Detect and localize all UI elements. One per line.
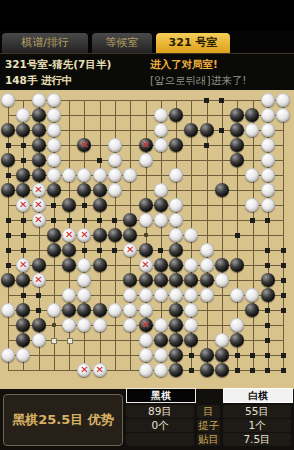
black-stone [62,243,76,257]
black-stone [215,183,229,197]
white-territory-value: 55目 [223,405,291,418]
black-stone [62,198,76,212]
black-stone [93,183,107,197]
tab-room-321[interactable]: 321 号室 [156,33,230,53]
black-stone [230,123,244,137]
white-stone [47,123,61,137]
black-stone [169,333,183,347]
label-komi: 贴目 [197,433,220,446]
black-stone [169,303,183,317]
white-stone [261,168,275,182]
status-bar [0,0,294,31]
black-territory-marker [204,98,209,103]
black-territory-marker [265,323,270,328]
grid-line [253,100,254,371]
score-summary: 黑棋25.5目 优势 [3,394,123,446]
white-stone [169,168,183,182]
black-stone [230,258,244,272]
black-territory-marker [235,368,240,373]
black-stone [261,288,275,302]
black-stone [16,273,30,287]
black-territory-marker [281,293,286,298]
black-territory-marker [36,293,41,298]
white-stone [123,168,137,182]
white-stone [123,318,137,332]
white-stone [77,318,91,332]
dead-mark-icon: ✕ [16,258,30,272]
white-stone [47,108,61,122]
black-territory-marker [265,338,270,343]
white-stone [245,198,259,212]
white-stone [139,153,153,167]
dead-mark-icon: ✕ [62,228,76,242]
white-stone [139,333,153,347]
black-stone [1,273,15,287]
black-stone [32,123,46,137]
white-stone [139,363,153,377]
black-stone [93,198,107,212]
chat-line-2: [앞으로뒤래]进来了! [150,72,292,88]
white-stone [108,303,122,317]
black-stone [16,333,30,347]
white-player-header: 白棋 [223,388,293,403]
dead-mark-icon: ✕ [16,198,30,212]
white-stone [169,213,183,227]
black-territory-marker [6,263,11,268]
white-stone [139,348,153,362]
black-stone [200,348,214,362]
black-stone [16,303,30,317]
room-info: 321号室-猜先(7目半) 148手 进行中 [5,56,145,88]
black-territory-marker [82,248,87,253]
black-stone [77,183,91,197]
black-territory-marker [21,233,26,238]
black-stone [169,243,183,257]
tab-kifu-ranking[interactable]: 棋谱/排行 [2,33,88,53]
black-stone [32,153,46,167]
white-stone [245,123,259,137]
black-stone [169,363,183,377]
dead-mark-icon: ✕ [32,213,46,227]
dead-mark-icon: ✕ [123,243,137,257]
black-stone [184,273,198,287]
white-stone [108,183,122,197]
white-stone [139,288,153,302]
white-stone [93,318,107,332]
black-stone [32,168,46,182]
chat-line-1: 进入了对局室! [150,56,292,72]
black-territory-marker [281,263,286,268]
black-stone [169,108,183,122]
white-stone [200,258,214,272]
white-stone [108,138,122,152]
score-summary-text: 黑棋25.5目 优势 [12,411,114,429]
white-stone [154,288,168,302]
dead-mark-icon: ✕ [77,138,91,152]
black-stone [169,258,183,272]
dead-mark-icon: ✕ [77,228,91,242]
white-stone [32,333,46,347]
grid-line [222,100,223,371]
white-stone [154,318,168,332]
black-stone [32,108,46,122]
white-stone [261,108,275,122]
black-stone [169,138,183,152]
black-territory-marker [6,233,11,238]
black-territory-marker [235,233,240,238]
black-territory-marker [21,293,26,298]
black-stone [32,258,46,272]
go-board[interactable]: ✕✕✕✕✕✕✕✕✕✕✕✕✕✕✕ [0,90,294,389]
black-stone [93,303,107,317]
black-territory-marker [112,218,117,223]
black-stone [169,273,183,287]
dead-mark-icon: ✕ [139,138,153,152]
black-territory-marker [250,353,255,358]
black-territory-marker [97,248,102,253]
black-territory-marker [281,353,286,358]
black-stone [93,228,107,242]
white-stone [62,318,76,332]
black-territory-marker [250,368,255,373]
white-stone [261,93,275,107]
black-territory-marker [265,368,270,373]
black-stone [154,258,168,272]
black-stone [47,183,61,197]
black-stone [169,348,183,362]
white-stone [154,183,168,197]
white-stone [47,168,61,182]
black-stone [184,123,198,137]
white-stone [184,288,198,302]
white-stone [139,213,153,227]
tab-bar: 棋谱/排行 等候室 321 号室 [0,31,294,54]
black-territory-marker [189,368,194,373]
white-stone [230,288,244,302]
white-stone [154,213,168,227]
white-stone [16,348,30,362]
label-territory: 目 [197,405,220,418]
white-stone [184,303,198,317]
white-stone [261,153,275,167]
dead-mark-icon: ✕ [139,258,153,272]
black-stone [108,228,122,242]
white-stone [16,108,30,122]
black-territory-marker [158,248,163,253]
white-stone [154,138,168,152]
black-territory-marker [6,143,11,148]
black-stone [215,258,229,272]
score-panel: 黑棋25.5目 优势 黑棋 白棋 89目 0个 目 提子 贴目 55目 1个 7… [0,389,294,450]
white-stone [169,228,183,242]
white-stone [47,138,61,152]
white-stone [32,93,46,107]
black-territory-marker [6,248,11,253]
star-point [144,233,148,237]
black-stone [32,318,46,332]
black-stone [154,198,168,212]
black-territory-marker [6,173,11,178]
black-territory-marker [265,353,270,358]
black-stone [139,273,153,287]
white-stone [169,198,183,212]
white-captures-value: 1个 [223,419,291,432]
black-stone [261,273,275,287]
white-stone [1,348,15,362]
black-territory-marker [235,353,240,358]
white-stone [276,93,290,107]
black-territory-marker [6,218,11,223]
black-territory-marker [189,353,194,358]
black-stone [245,108,259,122]
white-stone [139,303,153,317]
black-territory-marker [112,248,117,253]
white-territory-marker [51,338,57,344]
white-stone [108,168,122,182]
white-stone [47,303,61,317]
black-territory-marker [281,368,286,373]
white-stone [261,198,275,212]
black-territory-value: 89目 [126,405,194,418]
black-stone [93,258,107,272]
black-stone [245,303,259,317]
white-territory-marker [67,338,73,344]
black-territory-marker [51,218,56,223]
dead-mark-icon: ✕ [32,198,46,212]
black-territory-marker [281,308,286,313]
white-stone [184,228,198,242]
white-stone [261,123,275,137]
black-stone [230,138,244,152]
black-stone [47,243,61,257]
white-stone [261,183,275,197]
black-stone [230,333,244,347]
black-territory-marker [219,128,224,133]
black-stone [200,273,214,287]
white-stone [169,288,183,302]
white-stone [77,168,91,182]
white-stone [215,273,229,287]
black-territory-marker [97,158,102,163]
black-territory-marker [265,218,270,223]
label-captures: 提子 [197,419,220,432]
white-stone [245,168,259,182]
black-stone [62,303,76,317]
black-stone [16,123,30,137]
black-stone [139,198,153,212]
white-stone [47,93,61,107]
white-stone [93,168,107,182]
star-point [52,323,56,327]
white-stone [230,318,244,332]
white-stone [1,303,15,317]
black-stone [1,183,15,197]
black-stone [1,123,15,137]
black-territory-marker [265,308,270,313]
white-stone [200,243,214,257]
white-stone [123,303,137,317]
black-stone [1,153,15,167]
black-captures-value: 0个 [126,419,194,432]
dead-mark-icon: ✕ [32,183,46,197]
white-stone [215,333,229,347]
black-stone [154,333,168,347]
white-stone [200,288,214,302]
black-territory-marker [21,218,26,223]
black-stone [169,318,183,332]
black-territory-marker [82,218,87,223]
black-territory-marker [67,218,72,223]
grid-line [283,100,284,371]
white-stone [154,363,168,377]
black-territory-marker [250,218,255,223]
black-territory-marker [21,248,26,253]
room-title: 321号室-猜先(7目半) [5,56,145,72]
black-territory-marker [281,248,286,253]
black-stone [215,348,229,362]
black-stone [230,108,244,122]
black-territory-marker [21,158,26,163]
info-strip: 321号室-猜先(7目半) 148手 进行中 进入了对局室! [앞으로뒤래]进来… [0,54,294,90]
black-stone [77,303,91,317]
white-stone [276,108,290,122]
black-stone [230,153,244,167]
white-stone [154,348,168,362]
black-stone [16,318,30,332]
white-stone [77,258,91,272]
black-territory-marker [281,278,286,283]
black-territory-marker [265,248,270,253]
white-stone [77,288,91,302]
white-stone [154,123,168,137]
dead-mark-icon: ✕ [32,273,46,287]
black-stone [47,228,61,242]
black-territory-marker [204,143,209,148]
dead-mark-icon: ✕ [93,363,107,377]
white-stone [123,288,137,302]
black-territory-marker [265,263,270,268]
white-komi-value: 7.5目 [223,433,291,446]
black-stone [139,243,153,257]
grid-line [207,100,208,371]
white-stone [245,288,259,302]
black-stone [32,138,46,152]
black-stone [184,333,198,347]
black-stone [200,363,214,377]
black-territory-marker [36,308,41,313]
black-stone [16,183,30,197]
white-stone [108,153,122,167]
white-stone [62,168,76,182]
white-stone [77,273,91,287]
black-territory-marker [21,143,26,148]
white-stone [154,108,168,122]
black-stone [123,228,137,242]
black-stone [123,273,137,287]
white-stone [261,138,275,152]
chat-messages: 进入了对局室! [앞으로뒤래]进来了! [150,56,292,88]
dead-mark-icon: ✕ [77,363,91,377]
white-stone [1,93,15,107]
black-territory-marker [97,218,102,223]
move-status: 148手 进行中 [5,72,145,88]
black-stone [215,363,229,377]
white-stone [47,153,61,167]
white-stone [184,318,198,332]
black-territory-marker [219,98,224,103]
black-stone [123,213,137,227]
dead-mark-icon: ✕ [139,318,153,332]
black-territory-marker [51,203,56,208]
black-komi-value [126,433,194,446]
white-stone [62,288,76,302]
white-stone [184,258,198,272]
black-stone [154,273,168,287]
black-player-header: 黑棋 [126,388,196,403]
black-stone [16,168,30,182]
black-territory-marker [82,203,87,208]
tab-waiting-room[interactable]: 等候室 [92,33,152,53]
black-stone [62,258,76,272]
black-stone [200,123,214,137]
